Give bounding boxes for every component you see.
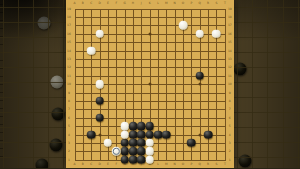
column-label-bottom: M [165, 163, 168, 166]
row-label-left: 11 [67, 74, 71, 77]
row-label-left: 4 [68, 133, 70, 136]
row-label-left: 6 [68, 116, 70, 119]
row-label-right: 3 [229, 141, 231, 144]
side-grid-line-horizontal [0, 127, 66, 128]
row-label-right: 7 [229, 108, 231, 111]
stone-black [129, 122, 138, 131]
column-label-bottom: P [190, 163, 192, 166]
stone-white [145, 139, 154, 148]
grid-line-vertical [175, 9, 176, 161]
stone-black [137, 147, 146, 156]
side-stone-dimblack [36, 159, 49, 169]
stone-black [120, 139, 129, 148]
stone-white [212, 29, 221, 38]
stone-black [95, 97, 104, 106]
side-grid-line-horizontal [0, 37, 66, 38]
row-label-right: 16 [228, 32, 232, 35]
stone-white [145, 155, 154, 164]
side-grid-line-horizontal [0, 22, 66, 23]
row-label-left: 2 [68, 150, 70, 153]
star-point [148, 83, 151, 86]
row-label-right: 12 [228, 66, 232, 69]
side-grid-line-horizontal [234, 52, 300, 53]
column-label-bottom: L [157, 163, 159, 166]
star-point [198, 133, 201, 136]
column-label-bottom: O [182, 163, 184, 166]
row-label-left: 9 [68, 91, 70, 94]
stone-white [120, 130, 129, 139]
row-label-right: 18 [228, 15, 232, 18]
row-label-right: 15 [228, 41, 232, 44]
column-label-bottom: T [224, 163, 226, 166]
goban[interactable]: AABBCCDDEEFFGGHHJJKKLLMMNNOOPPQQRRSSTT19… [66, 0, 234, 168]
stone-black [204, 130, 213, 139]
row-label-right: 17 [228, 24, 232, 27]
side-grid-line-horizontal [234, 112, 300, 113]
row-label-right: 6 [229, 116, 231, 119]
column-label-bottom: N [174, 163, 176, 166]
side-stone-dimblack [50, 139, 63, 152]
side-grid-line-horizontal [0, 67, 66, 68]
row-label-left: 12 [67, 66, 71, 69]
right-adjacent-goban [234, 0, 300, 168]
stone-black [145, 130, 154, 139]
stone-black [137, 130, 146, 139]
side-grid-line-horizontal [234, 22, 300, 23]
column-label-top: G [123, 1, 125, 4]
side-grid-line-horizontal [0, 7, 66, 8]
column-label-top: D [98, 1, 100, 4]
stone-black [137, 155, 146, 164]
stone-black [129, 147, 138, 156]
row-label-right: 13 [228, 57, 232, 60]
column-label-top: J [141, 1, 142, 4]
column-label-bottom: R [207, 163, 209, 166]
row-label-right: 10 [228, 83, 232, 86]
go-app-screen: AABBCCDDEEFFGGHHJJKKLLMMNNOOPPQQRRSSTT19… [0, 0, 300, 168]
column-label-bottom: Q [199, 163, 201, 166]
stone-black [120, 155, 129, 164]
column-label-top: A [73, 1, 75, 4]
row-label-right: 11 [228, 74, 232, 77]
stone-black [129, 139, 138, 148]
stone-white [95, 29, 104, 38]
column-label-bottom: S [215, 163, 217, 166]
side-grid-line-horizontal [0, 142, 66, 143]
row-label-left: 13 [67, 57, 71, 60]
stone-black [145, 122, 154, 131]
star-point [148, 32, 151, 35]
row-label-left: 15 [67, 41, 71, 44]
column-label-bottom: F [115, 163, 117, 166]
column-label-top: L [157, 1, 159, 4]
stone-white [145, 147, 154, 156]
column-label-top: B [82, 1, 84, 4]
column-label-top: N [174, 1, 176, 4]
row-label-left: 1 [68, 158, 70, 161]
column-label-top: R [207, 1, 209, 4]
column-label-bottom: A [73, 163, 75, 166]
stone-black [195, 71, 204, 80]
side-grid-line-horizontal [234, 127, 300, 128]
row-label-left: 5 [68, 125, 70, 128]
stone-black [137, 122, 146, 131]
column-label-top: S [215, 1, 217, 4]
stone-black [87, 130, 96, 139]
column-label-top: K [149, 1, 151, 4]
side-grid-line-horizontal [0, 97, 66, 98]
side-grid-line-horizontal [234, 157, 300, 158]
row-label-right: 1 [229, 158, 231, 161]
stone-black [120, 147, 129, 156]
column-label-top: Q [199, 1, 201, 4]
row-label-left: 16 [67, 32, 71, 35]
left-adjacent-goban [0, 0, 66, 168]
row-label-left: 8 [68, 99, 70, 102]
row-label-left: 14 [67, 49, 71, 52]
row-label-right: 5 [229, 125, 231, 128]
column-label-bottom: B [82, 163, 84, 166]
side-grid-line-horizontal [0, 82, 66, 83]
side-grid-line-horizontal [234, 82, 300, 83]
row-label-left: 18 [67, 15, 71, 18]
stone-white [87, 46, 96, 55]
grid-line-vertical [225, 9, 226, 161]
column-label-top: F [115, 1, 117, 4]
stone-black [154, 130, 163, 139]
stone-black [137, 139, 146, 148]
row-label-right: 14 [228, 49, 232, 52]
stone-black [187, 139, 196, 148]
side-grid-line-horizontal [234, 7, 300, 8]
row-label-right: 9 [229, 91, 231, 94]
stone-white [195, 29, 204, 38]
column-label-bottom: D [98, 163, 100, 166]
stone-black [129, 155, 138, 164]
star-point [198, 83, 201, 86]
row-label-left: 7 [68, 108, 70, 111]
side-stone-dimblack [234, 63, 247, 76]
column-label-top: M [165, 1, 168, 4]
row-label-left: 10 [67, 83, 71, 86]
side-grid-line-horizontal [234, 37, 300, 38]
stone-black [162, 130, 171, 139]
stone-black [129, 130, 138, 139]
row-label-right: 2 [229, 150, 231, 153]
grid-line-horizontal [75, 109, 226, 110]
row-label-right: 4 [229, 133, 231, 136]
stone-white [179, 21, 188, 30]
column-label-top: E [107, 1, 109, 4]
column-label-bottom: E [107, 163, 109, 166]
grid-line-vertical [183, 9, 184, 161]
column-label-top: P [190, 1, 192, 4]
side-grid-line-horizontal [0, 112, 66, 113]
row-label-right: 8 [229, 99, 231, 102]
grid-line-horizontal [75, 93, 226, 94]
side-grid-line-horizontal [234, 97, 300, 98]
side-grid-line-horizontal [234, 67, 300, 68]
stone-white [120, 122, 129, 131]
column-label-bottom: C [90, 163, 92, 166]
column-label-top: O [182, 1, 184, 4]
column-label-top: H [132, 1, 134, 4]
stone-white [95, 80, 104, 89]
star-point [98, 133, 101, 136]
side-grid-line-horizontal [0, 52, 66, 53]
row-label-right: 19 [228, 7, 232, 10]
row-label-left: 3 [68, 141, 70, 144]
row-label-left: 17 [67, 24, 71, 27]
side-grid-line-horizontal [234, 142, 300, 143]
column-label-top: C [90, 1, 92, 4]
column-label-top: T [224, 1, 226, 4]
stone-white [104, 139, 113, 148]
stone-black [95, 113, 104, 122]
row-label-left: 19 [67, 7, 71, 10]
side-grid-line-horizontal [0, 157, 66, 158]
